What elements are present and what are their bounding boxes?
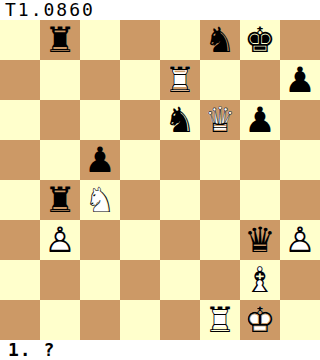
square-h2[interactable] (280, 260, 320, 300)
square-h8[interactable] (280, 20, 320, 60)
square-b5[interactable] (40, 140, 80, 180)
square-a3[interactable] (0, 220, 40, 260)
square-d4[interactable] (120, 180, 160, 220)
square-a2[interactable] (0, 260, 40, 300)
square-a6[interactable] (0, 100, 40, 140)
piece-white-bishop-g2[interactable]: ♗ (240, 260, 280, 300)
square-f4[interactable] (200, 180, 240, 220)
square-a4[interactable] (0, 180, 40, 220)
square-d7[interactable] (120, 60, 160, 100)
square-d6[interactable] (120, 100, 160, 140)
square-f7[interactable] (200, 60, 240, 100)
square-c2[interactable] (80, 260, 120, 300)
square-a5[interactable] (0, 140, 40, 180)
square-g1[interactable]: ♔ (240, 300, 280, 340)
square-f3[interactable] (200, 220, 240, 260)
square-f1[interactable]: ♖ (200, 300, 240, 340)
square-e3[interactable] (160, 220, 200, 260)
square-e4[interactable] (160, 180, 200, 220)
square-e6[interactable]: ♞ (160, 100, 200, 140)
piece-black-king-g8[interactable]: ♚ (240, 20, 280, 60)
square-b2[interactable] (40, 260, 80, 300)
square-b6[interactable] (40, 100, 80, 140)
square-h7[interactable]: ♟ (280, 60, 320, 100)
square-c5[interactable]: ♟ (80, 140, 120, 180)
piece-black-pawn-h7[interactable]: ♟ (280, 60, 320, 100)
square-d8[interactable] (120, 20, 160, 60)
square-f8[interactable]: ♞ (200, 20, 240, 60)
square-a8[interactable] (0, 20, 40, 60)
square-h5[interactable] (280, 140, 320, 180)
square-d5[interactable] (120, 140, 160, 180)
piece-white-pawn-h3[interactable]: ♙ (280, 220, 320, 260)
square-h4[interactable] (280, 180, 320, 220)
piece-white-queen-f6[interactable]: ♕ (200, 100, 240, 140)
square-g3[interactable]: ♛ (240, 220, 280, 260)
square-e5[interactable] (160, 140, 200, 180)
square-b3[interactable]: ♙ (40, 220, 80, 260)
piece-white-pawn-b3[interactable]: ♙ (40, 220, 80, 260)
square-f6[interactable]: ♕ (200, 100, 240, 140)
square-h3[interactable]: ♙ (280, 220, 320, 260)
piece-white-knight-c4[interactable]: ♘ (80, 180, 120, 220)
piece-black-rook-b4[interactable]: ♜ (40, 180, 80, 220)
square-c1[interactable] (80, 300, 120, 340)
square-c8[interactable] (80, 20, 120, 60)
puzzle-id: T1.0860 (0, 0, 320, 20)
piece-black-pawn-c5[interactable]: ♟ (80, 140, 120, 180)
square-d2[interactable] (120, 260, 160, 300)
square-d1[interactable] (120, 300, 160, 340)
square-b1[interactable] (40, 300, 80, 340)
piece-white-rook-e7[interactable]: ♖ (160, 60, 200, 100)
square-b8[interactable]: ♜ (40, 20, 80, 60)
square-e1[interactable] (160, 300, 200, 340)
square-a7[interactable] (0, 60, 40, 100)
piece-white-rook-f1[interactable]: ♖ (200, 300, 240, 340)
square-c3[interactable] (80, 220, 120, 260)
square-e8[interactable] (160, 20, 200, 60)
square-e2[interactable] (160, 260, 200, 300)
chess-board: ♜♞♚♖♟♞♕♟♟♜♘♙♛♙♗♖♔ (0, 20, 320, 340)
piece-black-knight-f8[interactable]: ♞ (200, 20, 240, 60)
piece-black-queen-g3[interactable]: ♛ (240, 220, 280, 260)
square-g8[interactable]: ♚ (240, 20, 280, 60)
square-d3[interactable] (120, 220, 160, 260)
piece-black-rook-b8[interactable]: ♜ (40, 20, 80, 60)
piece-white-king-g1[interactable]: ♔ (240, 300, 280, 340)
square-a1[interactable] (0, 300, 40, 340)
square-h6[interactable] (280, 100, 320, 140)
square-g4[interactable] (240, 180, 280, 220)
square-c7[interactable] (80, 60, 120, 100)
square-g7[interactable] (240, 60, 280, 100)
piece-black-pawn-g6[interactable]: ♟ (240, 100, 280, 140)
square-b7[interactable] (40, 60, 80, 100)
square-g6[interactable]: ♟ (240, 100, 280, 140)
square-g5[interactable] (240, 140, 280, 180)
square-f2[interactable] (200, 260, 240, 300)
puzzle-window: T1.0860 ♜♞♚♖♟♞♕♟♟♜♘♙♛♙♗♖♔ 1. ? (0, 0, 320, 360)
square-c4[interactable]: ♘ (80, 180, 120, 220)
square-c6[interactable] (80, 100, 120, 140)
move-prompt: 1. ? (0, 340, 320, 360)
square-g2[interactable]: ♗ (240, 260, 280, 300)
square-e7[interactable]: ♖ (160, 60, 200, 100)
piece-black-knight-e6[interactable]: ♞ (160, 100, 200, 140)
square-b4[interactable]: ♜ (40, 180, 80, 220)
square-f5[interactable] (200, 140, 240, 180)
square-h1[interactable] (280, 300, 320, 340)
